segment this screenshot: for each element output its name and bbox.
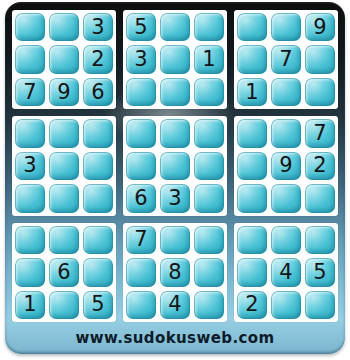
cell-r2c1[interactable]: [15, 45, 45, 73]
cell-r8c5[interactable]: 8: [160, 258, 190, 286]
cell-r3c5[interactable]: [160, 78, 190, 106]
cell-r5c3[interactable]: [83, 152, 113, 180]
cell-r1c7[interactable]: [237, 13, 267, 41]
cell-r9c5[interactable]: 4: [160, 291, 190, 319]
cell-r8c9[interactable]: 5: [305, 258, 335, 286]
cell-r5c5[interactable]: [160, 152, 190, 180]
cell-r8c8[interactable]: 4: [271, 258, 301, 286]
cell-r1c2[interactable]: [49, 13, 79, 41]
box-3-2: 784: [123, 223, 227, 322]
cell-r5c7[interactable]: [237, 152, 267, 180]
cell-r4c9[interactable]: 7: [305, 119, 335, 147]
sudoku-board: 32796531971363792615784452: [12, 10, 338, 322]
box-1-1: 32796: [12, 10, 116, 109]
cell-r4c3[interactable]: [83, 119, 113, 147]
cell-r9c2[interactable]: [49, 291, 79, 319]
cell-r7c4[interactable]: 7: [126, 226, 156, 254]
cell-r2c4[interactable]: 3: [126, 45, 156, 73]
cell-r1c6[interactable]: [194, 13, 224, 41]
cell-r5c6[interactable]: [194, 152, 224, 180]
cell-r4c1[interactable]: [15, 119, 45, 147]
cell-r8c6[interactable]: [194, 258, 224, 286]
cell-r3c8[interactable]: [271, 78, 301, 106]
box-2-3: 792: [234, 116, 338, 215]
cell-r7c3[interactable]: [83, 226, 113, 254]
site-url: www.sudokusweb.com: [12, 322, 338, 353]
cell-r6c6[interactable]: [194, 184, 224, 212]
cell-r8c2[interactable]: 6: [49, 258, 79, 286]
cell-r8c1[interactable]: [15, 258, 45, 286]
cell-r7c6[interactable]: [194, 226, 224, 254]
cell-r6c1[interactable]: [15, 184, 45, 212]
cell-r2c3[interactable]: 2: [83, 45, 113, 73]
cell-r2c9[interactable]: [305, 45, 335, 73]
box-2-2: 63: [123, 116, 227, 215]
cell-r4c8[interactable]: [271, 119, 301, 147]
cell-r3c6[interactable]: [194, 78, 224, 106]
cell-r8c7[interactable]: [237, 258, 267, 286]
cell-r6c2[interactable]: [49, 184, 79, 212]
cell-r6c3[interactable]: [83, 184, 113, 212]
cell-r6c7[interactable]: [237, 184, 267, 212]
cell-r1c5[interactable]: [160, 13, 190, 41]
cell-r2c6[interactable]: 1: [194, 45, 224, 73]
cell-r5c2[interactable]: [49, 152, 79, 180]
cell-r7c8[interactable]: [271, 226, 301, 254]
box-2-1: 3: [12, 116, 116, 215]
cell-r1c3[interactable]: 3: [83, 13, 113, 41]
cell-r7c9[interactable]: [305, 226, 335, 254]
cell-r3c9[interactable]: [305, 78, 335, 106]
box-3-1: 615: [12, 223, 116, 322]
cell-r4c4[interactable]: [126, 119, 156, 147]
screenshot-root: 32796531971363792615784452 www.sudokuswe…: [0, 0, 350, 360]
cell-r4c6[interactable]: [194, 119, 224, 147]
cell-r2c5[interactable]: [160, 45, 190, 73]
cell-r3c4[interactable]: [126, 78, 156, 106]
cell-r1c1[interactable]: [15, 13, 45, 41]
cell-r7c1[interactable]: [15, 226, 45, 254]
cell-r2c7[interactable]: [237, 45, 267, 73]
cell-r9c4[interactable]: [126, 291, 156, 319]
cell-r1c9[interactable]: 9: [305, 13, 335, 41]
cell-r8c3[interactable]: [83, 258, 113, 286]
cell-r3c1[interactable]: 7: [15, 78, 45, 106]
cell-r9c1[interactable]: 1: [15, 291, 45, 319]
cell-r9c7[interactable]: 2: [237, 291, 267, 319]
box-3-3: 452: [234, 223, 338, 322]
cell-r3c7[interactable]: 1: [237, 78, 267, 106]
cell-r1c8[interactable]: [271, 13, 301, 41]
cell-r7c5[interactable]: [160, 226, 190, 254]
cell-r7c2[interactable]: [49, 226, 79, 254]
box-1-3: 971: [234, 10, 338, 109]
cell-r6c4[interactable]: 6: [126, 184, 156, 212]
cell-r6c9[interactable]: [305, 184, 335, 212]
cell-r5c4[interactable]: [126, 152, 156, 180]
cell-r3c3[interactable]: 6: [83, 78, 113, 106]
cell-r5c8[interactable]: 9: [271, 152, 301, 180]
cell-r1c4[interactable]: 5: [126, 13, 156, 41]
cell-r9c8[interactable]: [271, 291, 301, 319]
cell-r8c4[interactable]: [126, 258, 156, 286]
cell-r4c5[interactable]: [160, 119, 190, 147]
cell-r4c2[interactable]: [49, 119, 79, 147]
sudoku-frame: 32796531971363792615784452 www.sudokuswe…: [5, 2, 345, 354]
box-1-2: 531: [123, 10, 227, 109]
cell-r5c9[interactable]: 2: [305, 152, 335, 180]
cell-r9c6[interactable]: [194, 291, 224, 319]
cell-r5c1[interactable]: 3: [15, 152, 45, 180]
cell-r2c8[interactable]: 7: [271, 45, 301, 73]
cell-r6c8[interactable]: [271, 184, 301, 212]
cell-r4c7[interactable]: [237, 119, 267, 147]
cell-r3c2[interactable]: 9: [49, 78, 79, 106]
cell-r2c2[interactable]: [49, 45, 79, 73]
cell-r6c5[interactable]: 3: [160, 184, 190, 212]
cell-r9c3[interactable]: 5: [83, 291, 113, 319]
cell-r7c7[interactable]: [237, 226, 267, 254]
cell-r9c9[interactable]: [305, 291, 335, 319]
